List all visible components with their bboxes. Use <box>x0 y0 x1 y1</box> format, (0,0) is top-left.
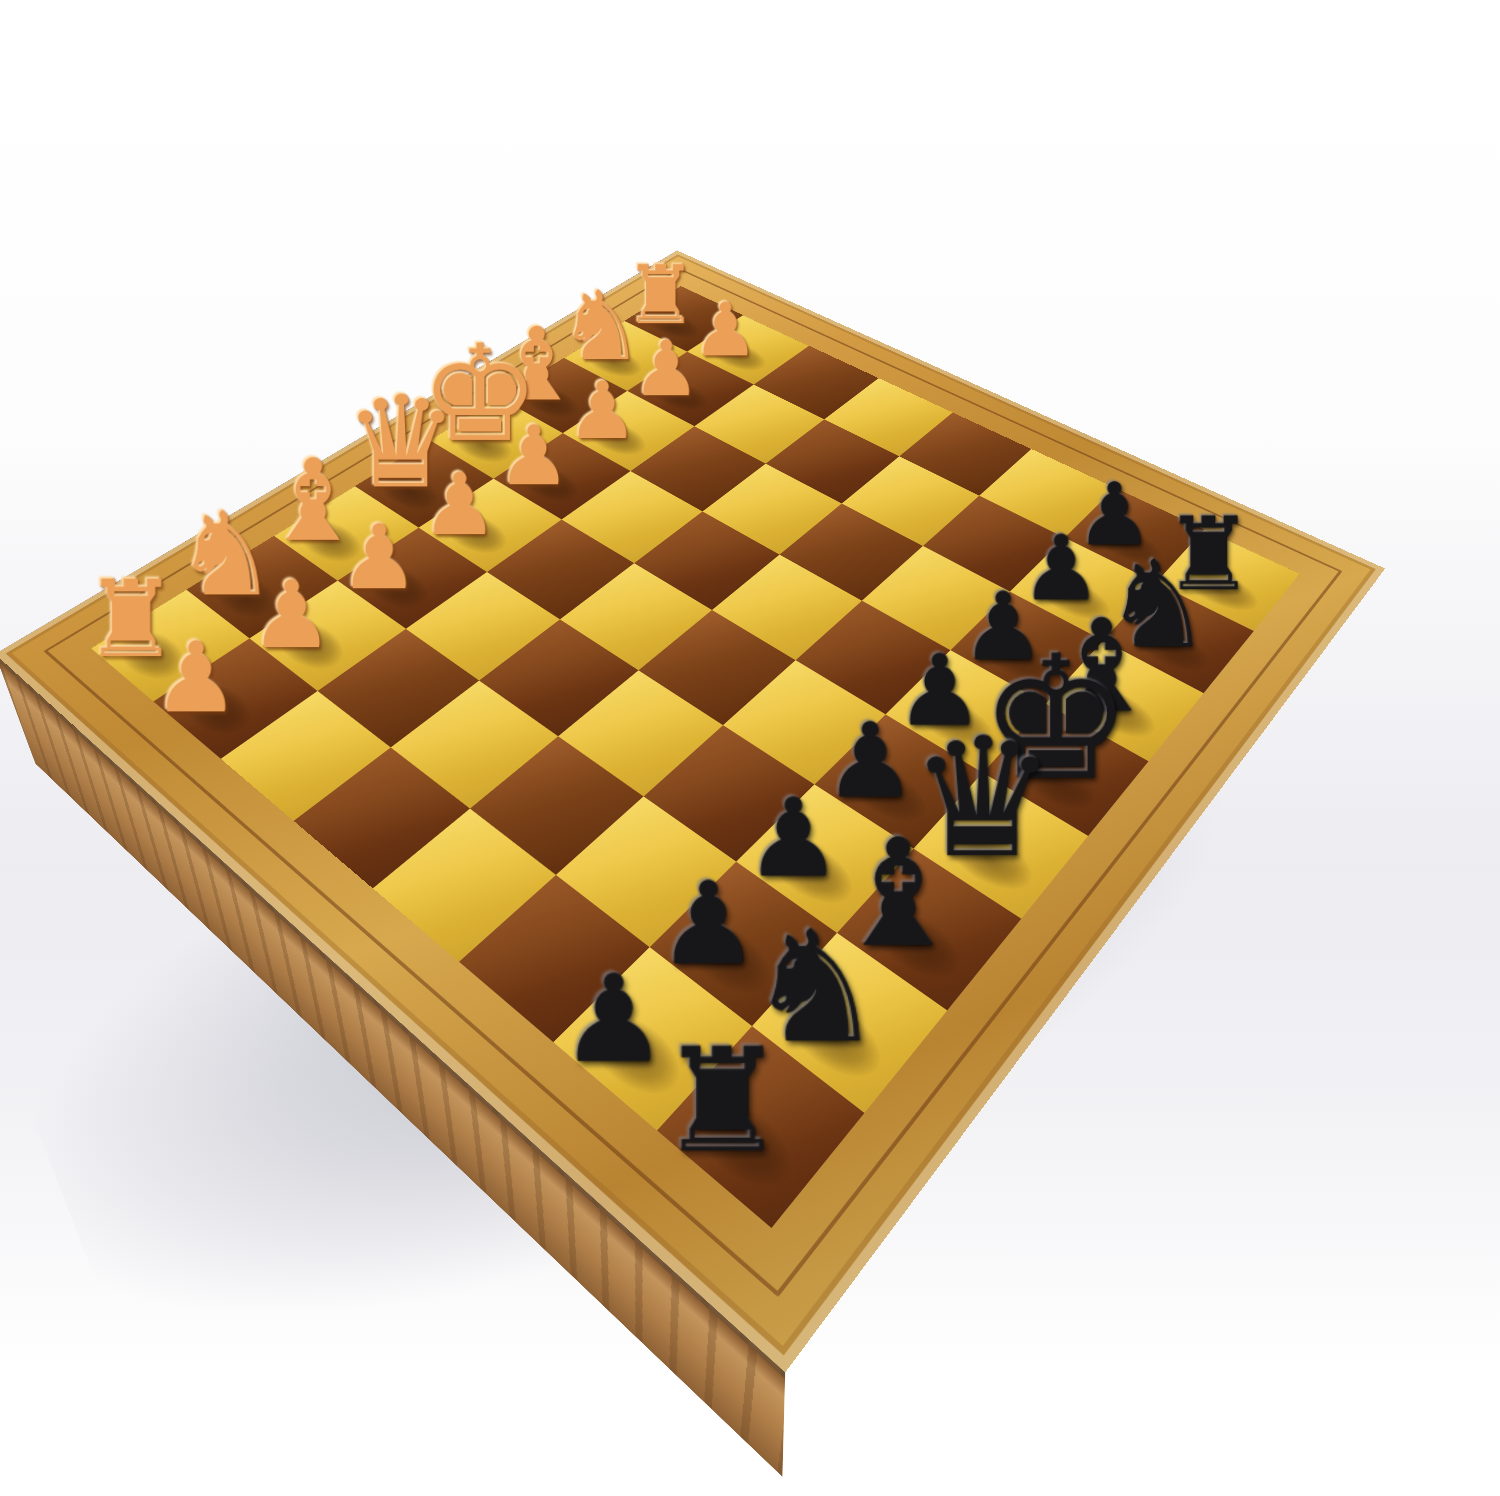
board-grid: ♜♟♟♜♞♟♟♞♝♟♟♝♚♟♟♚♛♟♟♛♝♟♟♝♞♟♟♞♜♟♟♜ <box>91 286 1300 1228</box>
white-pawn[interactable]: ♟ <box>138 633 254 723</box>
chess-scene: ♜♟♟♜♞♟♟♞♝♟♟♝♚♟♟♚♛♟♟♛♝♟♟♝♞♟♟♞♜♟♟♜ <box>0 0 1500 1496</box>
product-photo-canvas: ♜♟♟♜♞♟♟♞♝♟♟♝♚♟♟♚♛♟♟♛♝♟♟♝♞♟♟♞♜♟♟♜ <box>0 0 1500 1496</box>
black-rook[interactable]: ♜ <box>647 1035 798 1167</box>
chess-box-lid: ♜♟♟♜♞♟♟♞♝♟♟♝♚♟♟♚♛♟♟♛♝♟♟♝♞♟♟♞♜♟♟♜ <box>0 251 1385 1373</box>
